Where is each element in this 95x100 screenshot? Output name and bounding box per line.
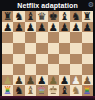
square-g5[interactable]: [70, 43, 81, 54]
app-window: Netflix adaptation ⚙ ♜♞♝♛♚♝♞♜♟♟♟♟♟♟♟♟♟♟♟…: [0, 0, 95, 100]
square-c1[interactable]: ♝: [25, 85, 36, 96]
square-f4[interactable]: [59, 54, 70, 65]
piece-black-pawn: ♟: [26, 21, 35, 32]
square-f1[interactable]: ♝: [59, 85, 70, 96]
square-h5[interactable]: [82, 43, 93, 54]
piece-black-pawn: ♟: [37, 21, 46, 32]
square-h6[interactable]: [82, 32, 93, 43]
square-c7[interactable]: ♟: [25, 22, 36, 33]
piece-skinking-king: ♚: [48, 85, 57, 96]
square-g1[interactable]: ♞: [70, 85, 81, 96]
square-d4[interactable]: [36, 54, 47, 65]
square-f7[interactable]: ♟: [59, 22, 70, 33]
square-g7[interactable]: ♟: [70, 22, 81, 33]
square-e7[interactable]: ♟: [48, 22, 59, 33]
piece-black-knight: ♞: [14, 85, 23, 96]
piece-black-pawn: ♟: [71, 21, 80, 32]
square-a4[interactable]: [2, 54, 13, 65]
square-d1[interactable]: ♛: [36, 85, 47, 96]
piece-rainbow-rook: ♜: [83, 85, 92, 96]
square-d6[interactable]: [36, 32, 47, 43]
square-f6[interactable]: [59, 32, 70, 43]
square-a1[interactable]: ♜: [2, 85, 13, 96]
square-a5[interactable]: [2, 43, 13, 54]
square-e4[interactable]: [48, 54, 59, 65]
square-b7[interactable]: ♟: [13, 22, 24, 33]
square-e6[interactable]: [48, 32, 59, 43]
square-e1[interactable]: ♚: [48, 85, 59, 96]
square-h4[interactable]: [82, 54, 93, 65]
chess-board: ♜♞♝♛♚♝♞♜♟♟♟♟♟♟♟♟♟♟♟♟♟♟♟♟♜♞♝♛♚♝♞♜: [2, 11, 93, 96]
piece-brownbishop-bishop: ♝: [26, 85, 35, 96]
piece-black-pawn: ♟: [3, 21, 12, 32]
square-d7[interactable]: ♟: [36, 22, 47, 33]
square-a7[interactable]: ♟: [2, 22, 13, 33]
piece-rainbow-rook: ♜: [3, 85, 12, 96]
square-c6[interactable]: [25, 32, 36, 43]
piece-black-pawn: ♟: [14, 21, 23, 32]
piece-black-bishop: ♝: [60, 85, 69, 96]
square-a6[interactable]: [2, 32, 13, 43]
square-c5[interactable]: [25, 43, 36, 54]
piece-black-pawn: ♟: [60, 21, 69, 32]
square-h1[interactable]: ♜: [82, 85, 93, 96]
bottom-strip: [0, 96, 95, 100]
square-c4[interactable]: [25, 54, 36, 65]
piece-black-pawn: ♟: [48, 21, 57, 32]
square-b1[interactable]: ♞: [13, 85, 24, 96]
square-b6[interactable]: [13, 32, 24, 43]
square-b4[interactable]: [13, 54, 24, 65]
square-g6[interactable]: [70, 32, 81, 43]
piece-tan-knight: ♞: [71, 85, 80, 96]
square-f5[interactable]: [59, 43, 70, 54]
square-g4[interactable]: [70, 54, 81, 65]
piece-black-pawn: ♟: [83, 21, 92, 32]
square-d5[interactable]: [36, 43, 47, 54]
square-e5[interactable]: [48, 43, 59, 54]
piece-pridequeen-queen: ♛: [37, 85, 46, 96]
square-h7[interactable]: ♟: [82, 22, 93, 33]
square-b5[interactable]: [13, 43, 24, 54]
